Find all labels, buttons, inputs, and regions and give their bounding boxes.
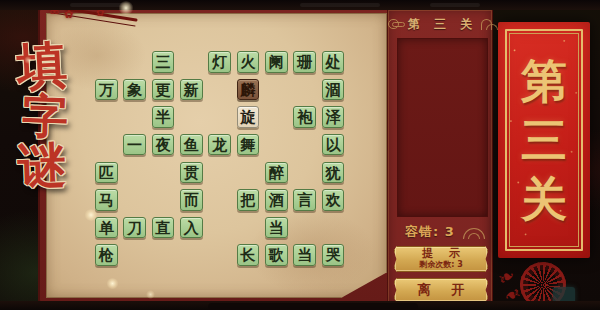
banner-char: 关 [521,173,567,225]
tile-r3c5[interactable]: 舞 [237,134,260,156]
tile-r1c3[interactable]: 新 [180,79,203,101]
game-title-char: 谜 [9,139,75,191]
tile-r3c8[interactable]: 以 [322,134,345,156]
cloud-scroll-icon [388,19,399,29]
tile-r5c5[interactable]: 把 [237,189,260,211]
tile-r1c2[interactable]: 更 [152,79,175,101]
panel-header: 第 三 关 [388,14,492,34]
butterfly-glow [106,278,119,289]
tile-r0c4[interactable]: 灯 [208,51,231,73]
tile-r1c1[interactable]: 象 [123,79,146,101]
hint-button-label: 提 示 [394,248,488,260]
tile-r1c5[interactable]: 麟 [237,79,260,101]
leave-button[interactable]: 离 开 [394,278,488,302]
tile-r4c3[interactable]: 贯 [180,162,203,184]
tile-r7c5[interactable]: 长 [237,244,260,266]
tile-r0c2[interactable]: 三 [152,51,175,73]
fan-ornament-icon [481,19,492,30]
tolerance-row: 容错: 3 [388,223,492,241]
butterfly-glow [84,209,98,221]
board-grid: 三灯火阑珊处万象更新麟涸半旋袍泽一夜鱼龙舞以匹贯醉犹马而把酒言欢单刀直入当枪长歌… [95,51,350,272]
tile-r3c2[interactable]: 夜 [152,134,175,156]
tile-r5c6[interactable]: 酒 [265,189,288,211]
sparkle [118,1,134,15]
tile-r0c7[interactable]: 珊 [293,51,316,73]
sparkle [146,290,155,299]
fan-ornament-icon [463,228,485,239]
tile-r7c8[interactable]: 哭 [322,244,345,266]
tile-r6c3[interactable]: 入 [180,217,203,239]
tile-r2c5[interactable]: 旋 [237,106,260,128]
tile-r5c0[interactable]: 马 [95,189,118,211]
tile-r0c5[interactable]: 火 [237,51,260,73]
level-banner: 第 三 关 [498,22,590,258]
tile-r6c6[interactable]: 当 [265,217,288,239]
game-title-char: 填 [9,38,76,93]
tile-r7c0[interactable]: 枪 [95,244,118,266]
game-title-char: 字 [12,91,78,141]
tile-r2c7[interactable]: 袍 [293,106,316,128]
tile-r4c0[interactable]: 匹 [95,162,118,184]
tile-r0c8[interactable]: 处 [322,51,345,73]
banner-char: 第 [521,55,567,107]
level-info-panel: 第 三 关 容错: 3 提 示 剩余次数: 3 离 开 [387,9,493,304]
tile-r6c0[interactable]: 单 [95,217,118,239]
tile-r5c3[interactable]: 而 [180,189,203,211]
panel-level-title: 第 三 关 [408,16,477,33]
tile-r6c1[interactable]: 刀 [123,217,146,239]
hint-remaining-label: 剩余次数: 3 [394,260,488,269]
tile-r4c8[interactable]: 犹 [322,162,345,184]
tile-r2c8[interactable]: 泽 [322,106,345,128]
tile-r7c7[interactable]: 当 [293,244,316,266]
tile-r3c1[interactable]: 一 [123,134,146,156]
tile-r0c6[interactable]: 阑 [265,51,288,73]
clue-list-box [397,38,488,217]
tile-r3c3[interactable]: 鱼 [180,134,203,156]
hint-button[interactable]: 提 示 剩余次数: 3 [394,246,488,272]
tile-r1c8[interactable]: 涸 [322,79,345,101]
game-title: 填 字 谜 [10,40,74,190]
tolerance-label: 容错: 3 [405,223,455,241]
tile-r7c6[interactable]: 歌 [265,244,288,266]
tile-r2c2[interactable]: 半 [152,106,175,128]
tile-r5c8[interactable]: 欢 [322,189,345,211]
tile-r4c6[interactable]: 醉 [265,162,288,184]
top-status-strip [0,0,600,10]
tile-r1c0[interactable]: 万 [95,79,118,101]
tile-r6c2[interactable]: 直 [152,217,175,239]
bottom-bar [208,303,418,310]
tile-r3c4[interactable]: 龙 [208,134,231,156]
sparkle [24,56,32,64]
game-screen: 三灯火阑珊处万象更新麟涸半旋袍泽一夜鱼龙舞以匹贯醉犹马而把酒言欢单刀直入当枪长歌… [0,0,600,310]
tile-r5c7[interactable]: 言 [293,189,316,211]
banner-char: 三 [521,114,567,166]
